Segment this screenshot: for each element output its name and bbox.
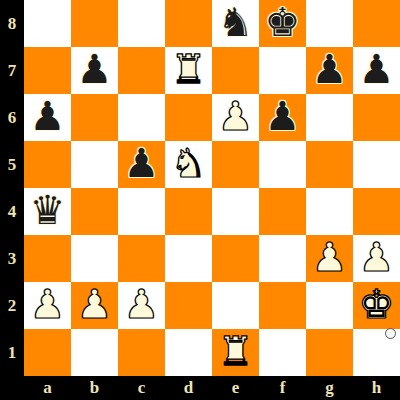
square-b2[interactable]: ♟ <box>71 282 118 329</box>
file-label-d: d <box>165 376 212 400</box>
file-label-a: a <box>24 376 71 400</box>
rank-labels: 87654321 <box>0 0 24 376</box>
piece-black-pawn[interactable]: ♟ <box>30 93 66 140</box>
square-d1[interactable] <box>165 329 212 376</box>
square-a2[interactable]: ♟ <box>24 282 71 329</box>
piece-black-pawn[interactable]: ♟ <box>359 46 395 93</box>
square-g3[interactable]: ♟ <box>306 235 353 282</box>
square-c5[interactable]: ♟ <box>118 141 165 188</box>
rank-label-3: 3 <box>0 235 24 282</box>
square-c1[interactable] <box>118 329 165 376</box>
piece-white-rook[interactable]: ♜ <box>171 46 207 93</box>
file-label-c: c <box>118 376 165 400</box>
square-d6[interactable] <box>165 94 212 141</box>
square-h6[interactable] <box>353 94 400 141</box>
rank-label-2: 2 <box>0 282 24 329</box>
square-f3[interactable] <box>259 235 306 282</box>
square-d5[interactable]: ♞ <box>165 141 212 188</box>
square-d4[interactable] <box>165 188 212 235</box>
piece-white-pawn[interactable]: ♟ <box>30 281 66 328</box>
piece-white-pawn[interactable]: ♟ <box>77 281 113 328</box>
square-g8[interactable] <box>306 0 353 47</box>
square-b6[interactable] <box>71 94 118 141</box>
square-g7[interactable]: ♟ <box>306 47 353 94</box>
rank-label-8: 8 <box>0 0 24 47</box>
rank-label-6: 6 <box>0 94 24 141</box>
square-f2[interactable] <box>259 282 306 329</box>
square-e7[interactable] <box>212 47 259 94</box>
square-d2[interactable] <box>165 282 212 329</box>
file-label-b: b <box>71 376 118 400</box>
square-c8[interactable] <box>118 0 165 47</box>
square-f1[interactable] <box>259 329 306 376</box>
square-a3[interactable] <box>24 235 71 282</box>
square-f7[interactable] <box>259 47 306 94</box>
file-labels: abcdefgh <box>24 376 400 400</box>
square-f8[interactable]: ♚ <box>259 0 306 47</box>
square-e4[interactable] <box>212 188 259 235</box>
square-b3[interactable] <box>71 235 118 282</box>
square-a5[interactable] <box>24 141 71 188</box>
piece-white-rook[interactable]: ♜ <box>218 328 254 375</box>
piece-black-pawn[interactable]: ♟ <box>77 46 113 93</box>
square-g5[interactable] <box>306 141 353 188</box>
square-b1[interactable] <box>71 329 118 376</box>
square-h4[interactable] <box>353 188 400 235</box>
piece-black-pawn[interactable]: ♟ <box>124 140 160 187</box>
square-e8[interactable]: ♞ <box>212 0 259 47</box>
square-a4[interactable]: ♛ <box>24 188 71 235</box>
chess-diagram: 87654321 ♞♚♟♜♟♟♟♟♟♟♞♛♟♟♟♟♟♚♜ abcdefgh <box>0 0 400 400</box>
square-c7[interactable] <box>118 47 165 94</box>
square-f5[interactable] <box>259 141 306 188</box>
square-a8[interactable] <box>24 0 71 47</box>
piece-white-knight[interactable]: ♞ <box>171 140 207 187</box>
square-b8[interactable] <box>71 0 118 47</box>
square-c2[interactable]: ♟ <box>118 282 165 329</box>
file-label-f: f <box>259 376 306 400</box>
piece-white-pawn[interactable]: ♟ <box>218 93 254 140</box>
white-to-move-indicator <box>385 328 396 339</box>
square-f4[interactable] <box>259 188 306 235</box>
piece-black-queen[interactable]: ♛ <box>30 187 66 234</box>
square-h7[interactable]: ♟ <box>353 47 400 94</box>
piece-white-pawn[interactable]: ♟ <box>359 234 395 281</box>
square-c4[interactable] <box>118 188 165 235</box>
square-f6[interactable]: ♟ <box>259 94 306 141</box>
piece-black-knight[interactable]: ♞ <box>218 0 254 46</box>
file-label-g: g <box>306 376 353 400</box>
square-b4[interactable] <box>71 188 118 235</box>
square-e6[interactable]: ♟ <box>212 94 259 141</box>
square-b5[interactable] <box>71 141 118 188</box>
square-e5[interactable] <box>212 141 259 188</box>
file-label-h: h <box>353 376 400 400</box>
rank-label-5: 5 <box>0 141 24 188</box>
square-h8[interactable] <box>353 0 400 47</box>
board: ♞♚♟♜♟♟♟♟♟♟♞♛♟♟♟♟♟♚♜ <box>24 0 400 376</box>
piece-white-pawn[interactable]: ♟ <box>312 234 348 281</box>
piece-white-king[interactable]: ♚ <box>359 281 395 328</box>
piece-black-pawn[interactable]: ♟ <box>312 46 348 93</box>
piece-black-king[interactable]: ♚ <box>265 0 301 46</box>
square-a7[interactable] <box>24 47 71 94</box>
rank-label-7: 7 <box>0 47 24 94</box>
square-c6[interactable] <box>118 94 165 141</box>
piece-black-pawn[interactable]: ♟ <box>265 93 301 140</box>
square-d8[interactable] <box>165 0 212 47</box>
square-a1[interactable] <box>24 329 71 376</box>
piece-white-pawn[interactable]: ♟ <box>124 281 160 328</box>
square-d3[interactable] <box>165 235 212 282</box>
file-label-e: e <box>212 376 259 400</box>
square-g1[interactable] <box>306 329 353 376</box>
square-g2[interactable] <box>306 282 353 329</box>
square-e1[interactable]: ♜ <box>212 329 259 376</box>
square-g4[interactable] <box>306 188 353 235</box>
rank-label-1: 1 <box>0 329 24 376</box>
square-b7[interactable]: ♟ <box>71 47 118 94</box>
square-e2[interactable] <box>212 282 259 329</box>
square-e3[interactable] <box>212 235 259 282</box>
square-g6[interactable] <box>306 94 353 141</box>
square-h5[interactable] <box>353 141 400 188</box>
square-d7[interactable]: ♜ <box>165 47 212 94</box>
square-a6[interactable]: ♟ <box>24 94 71 141</box>
square-h3[interactable]: ♟ <box>353 235 400 282</box>
square-h2[interactable]: ♚ <box>353 282 400 329</box>
rank-label-4: 4 <box>0 188 24 235</box>
square-c3[interactable] <box>118 235 165 282</box>
